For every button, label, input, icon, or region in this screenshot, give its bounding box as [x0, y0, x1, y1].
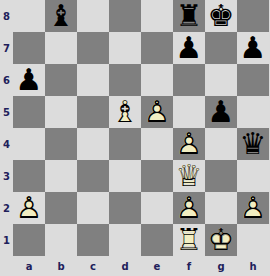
chess-diagram: ♝♜♚♟♟♟♝♗♟♙♟♟♙♛♛♕♟♙♟♙♟♙♜♖♚♔ 87654321 abcd…	[0, 0, 270, 276]
square-a2[interactable]: ♟♙	[13, 192, 45, 224]
piece-white-queen-f3[interactable]: ♛♕	[173, 160, 205, 192]
piece-black-rook-f8[interactable]: ♜	[173, 0, 205, 32]
square-b8[interactable]: ♝	[45, 0, 77, 32]
square-g4[interactable]	[205, 128, 237, 160]
square-g5[interactable]: ♟	[205, 96, 237, 128]
piece-black-pawn-g5[interactable]: ♟	[205, 96, 237, 128]
square-a1[interactable]	[13, 224, 45, 256]
piece-black-queen-h4[interactable]: ♛	[237, 128, 269, 160]
square-c5[interactable]	[77, 96, 109, 128]
rank-label-2: 2	[0, 192, 13, 224]
square-g7[interactable]	[205, 32, 237, 64]
piece-white-king-g1[interactable]: ♚♔	[205, 224, 237, 256]
square-h6[interactable]	[237, 64, 269, 96]
file-label-g: g	[205, 256, 237, 276]
square-c6[interactable]	[77, 64, 109, 96]
square-f1[interactable]: ♜♖	[173, 224, 205, 256]
square-h5[interactable]	[237, 96, 269, 128]
square-d6[interactable]	[109, 64, 141, 96]
square-h8[interactable]	[237, 0, 269, 32]
square-a6[interactable]: ♟	[13, 64, 45, 96]
square-h3[interactable]	[237, 160, 269, 192]
file-label-f: f	[173, 256, 205, 276]
square-f3[interactable]: ♛♕	[173, 160, 205, 192]
piece-white-pawn-a2[interactable]: ♟♙	[13, 192, 45, 224]
square-h2[interactable]: ♟♙	[237, 192, 269, 224]
square-e3[interactable]	[141, 160, 173, 192]
piece-white-pawn-e5[interactable]: ♟♙	[141, 96, 173, 128]
square-d5[interactable]: ♝♗	[109, 96, 141, 128]
piece-white-bishop-d5[interactable]: ♝♗	[109, 96, 141, 128]
square-c4[interactable]	[77, 128, 109, 160]
square-f8[interactable]: ♜	[173, 0, 205, 32]
square-a3[interactable]	[13, 160, 45, 192]
square-c3[interactable]	[77, 160, 109, 192]
piece-black-pawn-a6[interactable]: ♟	[13, 64, 45, 96]
rank-label-5: 5	[0, 96, 13, 128]
square-f5[interactable]	[173, 96, 205, 128]
square-f6[interactable]	[173, 64, 205, 96]
square-h7[interactable]: ♟	[237, 32, 269, 64]
rank-label-7: 7	[0, 32, 13, 64]
square-a4[interactable]	[13, 128, 45, 160]
square-a7[interactable]	[13, 32, 45, 64]
file-label-h: h	[237, 256, 269, 276]
square-b3[interactable]	[45, 160, 77, 192]
piece-black-pawn-f7[interactable]: ♟	[173, 32, 205, 64]
rank-label-8: 8	[0, 0, 13, 32]
square-g2[interactable]	[205, 192, 237, 224]
square-f4[interactable]: ♟♙	[173, 128, 205, 160]
square-g3[interactable]	[205, 160, 237, 192]
square-g8[interactable]: ♚	[205, 0, 237, 32]
square-e8[interactable]	[141, 0, 173, 32]
square-b2[interactable]	[45, 192, 77, 224]
piece-black-pawn-h7[interactable]: ♟	[237, 32, 269, 64]
square-d4[interactable]	[109, 128, 141, 160]
chess-board: ♝♜♚♟♟♟♝♗♟♙♟♟♙♛♛♕♟♙♟♙♟♙♜♖♚♔	[13, 0, 269, 256]
square-c7[interactable]	[77, 32, 109, 64]
square-a5[interactable]	[13, 96, 45, 128]
piece-white-pawn-f4[interactable]: ♟♙	[173, 128, 205, 160]
piece-white-rook-f1[interactable]: ♜♖	[173, 224, 205, 256]
square-b7[interactable]	[45, 32, 77, 64]
square-d2[interactable]	[109, 192, 141, 224]
square-c2[interactable]	[77, 192, 109, 224]
square-h4[interactable]: ♛	[237, 128, 269, 160]
square-b5[interactable]	[45, 96, 77, 128]
rank-label-3: 3	[0, 160, 13, 192]
square-f2[interactable]: ♟♙	[173, 192, 205, 224]
square-d3[interactable]	[109, 160, 141, 192]
rank-label-6: 6	[0, 64, 13, 96]
square-e6[interactable]	[141, 64, 173, 96]
square-e1[interactable]	[141, 224, 173, 256]
square-b4[interactable]	[45, 128, 77, 160]
square-e4[interactable]	[141, 128, 173, 160]
square-h1[interactable]	[237, 224, 269, 256]
piece-black-king-g8[interactable]: ♚	[205, 0, 237, 32]
file-label-a: a	[13, 256, 45, 276]
square-e7[interactable]	[141, 32, 173, 64]
square-g6[interactable]	[205, 64, 237, 96]
file-label-b: b	[45, 256, 77, 276]
square-b1[interactable]	[45, 224, 77, 256]
square-c1[interactable]	[77, 224, 109, 256]
square-g1[interactable]: ♚♔	[205, 224, 237, 256]
file-label-c: c	[77, 256, 109, 276]
square-d8[interactable]	[109, 0, 141, 32]
rank-label-1: 1	[0, 224, 13, 256]
file-label-e: e	[141, 256, 173, 276]
square-b6[interactable]	[45, 64, 77, 96]
square-c8[interactable]	[77, 0, 109, 32]
square-e5[interactable]: ♟♙	[141, 96, 173, 128]
file-label-d: d	[109, 256, 141, 276]
square-d7[interactable]	[109, 32, 141, 64]
piece-white-pawn-f2[interactable]: ♟♙	[173, 192, 205, 224]
piece-black-bishop-b8[interactable]: ♝	[45, 0, 77, 32]
rank-label-4: 4	[0, 128, 13, 160]
piece-white-pawn-h2[interactable]: ♟♙	[237, 192, 269, 224]
square-d1[interactable]	[109, 224, 141, 256]
square-e2[interactable]	[141, 192, 173, 224]
square-a8[interactable]	[13, 0, 45, 32]
square-f7[interactable]: ♟	[173, 32, 205, 64]
